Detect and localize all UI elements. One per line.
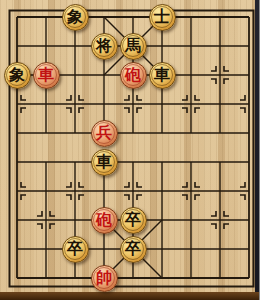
piece-glyph: 将 (96, 38, 112, 54)
piece-glyph: 兵 (96, 125, 112, 141)
piece-glyph: 象 (9, 67, 25, 83)
red-cannon[interactable]: 砲 (120, 62, 147, 89)
black-soldier[interactable]: 卒 (120, 207, 147, 234)
black-elephant[interactable]: 象 (4, 62, 31, 89)
piece-glyph: 砲 (125, 67, 141, 83)
red-general[interactable]: 帥 (91, 265, 118, 292)
black-chariot[interactable]: 車 (149, 62, 176, 89)
piece-glyph: 砲 (96, 212, 112, 228)
piece-glyph: 帥 (96, 270, 112, 286)
red-cannon[interactable]: 砲 (91, 207, 118, 234)
piece-glyph: 車 (38, 67, 54, 83)
piece-glyph: 士 (154, 9, 170, 25)
red-chariot[interactable]: 車 (33, 62, 60, 89)
piece-glyph: 卒 (125, 241, 141, 257)
piece-glyph: 馬 (125, 38, 141, 54)
black-elephant[interactable]: 象 (62, 4, 89, 31)
black-chariot[interactable]: 車 (91, 149, 118, 176)
black-soldier[interactable]: 卒 (120, 236, 147, 263)
piece-glyph: 卒 (67, 241, 83, 257)
black-horse[interactable]: 馬 (120, 33, 147, 60)
black-advisor[interactable]: 士 (149, 4, 176, 31)
piece-glyph: 卒 (125, 212, 141, 228)
black-general[interactable]: 将 (91, 33, 118, 60)
piece-glyph: 象 (67, 9, 83, 25)
red-soldier[interactable]: 兵 (91, 120, 118, 147)
board-edge-bottom (0, 292, 259, 300)
piece-glyph: 車 (154, 67, 170, 83)
piece-layer: 象士将馬象車砲車兵車砲卒卒卒帥 (3, 3, 260, 293)
black-soldier[interactable]: 卒 (62, 236, 89, 263)
piece-glyph: 車 (96, 154, 112, 170)
xiangqi-board: 象士将馬象車砲車兵車砲卒卒卒帥 (0, 0, 259, 300)
